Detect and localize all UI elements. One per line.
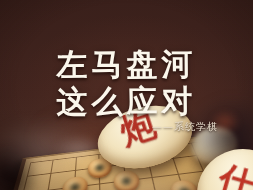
title: 左马盘河 这么应对 [0, 46, 253, 120]
piece-character-smudge [119, 174, 134, 187]
piece-character-smudge [175, 185, 194, 190]
piece-character-smudge [94, 162, 107, 174]
title-line-2: 这么应对 [0, 82, 253, 121]
attribution: ——系统学棋 [152, 120, 218, 134]
xiangqi-piece-small-black [113, 169, 141, 190]
advisor-character: 仕 [213, 155, 253, 190]
xiangqi-piece-small-black [61, 175, 88, 190]
piece-character-smudge [67, 181, 82, 190]
video-thumbnail: 炮 仕 左马盘河 这么应对 ——系统学棋 [0, 0, 253, 190]
title-line-1: 左马盘河 [0, 45, 253, 84]
